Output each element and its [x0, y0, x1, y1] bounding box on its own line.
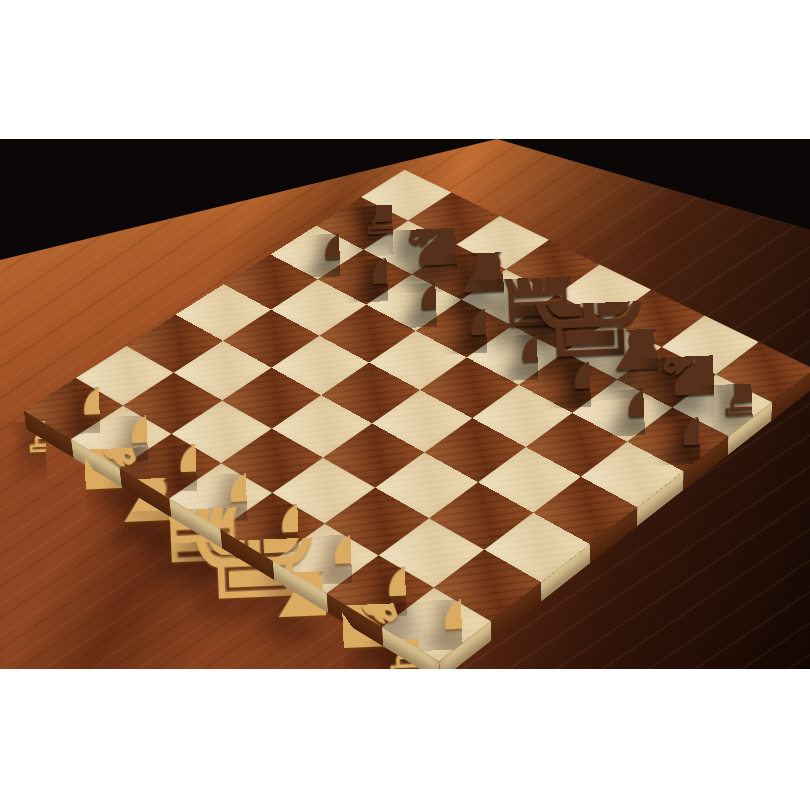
- chess-set-photo: ♜♞♝♛♚♝♞♜♟♟♟♟♟♟♟♟♟♟♟♟♟♟♟♟♜♞♝♛♚♝♞♜: [0, 139, 810, 669]
- page: { "game": "chess", "position": "rnbqkbnr…: [0, 0, 810, 810]
- letterbox-bottom: [0, 669, 810, 810]
- board-scene: ♜♞♝♛♚♝♞♜♟♟♟♟♟♟♟♟♟♟♟♟♟♟♟♟♜♞♝♛♚♝♞♜: [129, 139, 712, 669]
- letterbox-top: [0, 0, 810, 139]
- perspective-wrapper: ♜♞♝♛♚♝♞♜♟♟♟♟♟♟♟♟♟♟♟♟♟♟♟♟♜♞♝♛♚♝♞♜: [129, 139, 712, 669]
- chess-board: ♜♞♝♛♚♝♞♜♟♟♟♟♟♟♟♟♟♟♟♟♟♟♟♟♜♞♝♛♚♝♞♜: [24, 170, 810, 662]
